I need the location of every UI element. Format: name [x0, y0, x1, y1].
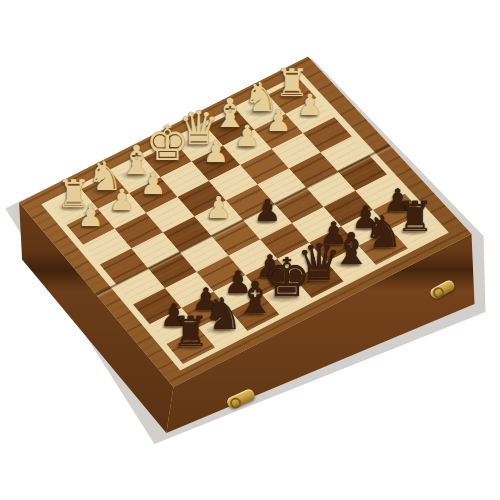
white-pawn-a2: ♟ — [297, 91, 323, 120]
white-pawn-g2: ♟ — [109, 186, 135, 215]
white-pawn-b2: ♟ — [265, 107, 291, 136]
white-pawn-d2: ♟ — [203, 139, 229, 168]
chess-set-photo: ♜♞♟♝♟♛♟♚♟♝♞♟♜♟♟♟♟♟♟♜♟♞♝♟♛♟♚♟♝♟♞♜ — [0, 0, 500, 500]
black-rook-h8: ♜ — [172, 311, 209, 353]
white-pawn-f2: ♟ — [140, 170, 166, 199]
white-pawn-c2: ♟ — [234, 123, 260, 152]
white-pawn-h2: ♟ — [77, 202, 103, 231]
white-pawn-e4: ♟ — [205, 193, 232, 223]
black-pawn-d5: ♟ — [254, 196, 281, 226]
